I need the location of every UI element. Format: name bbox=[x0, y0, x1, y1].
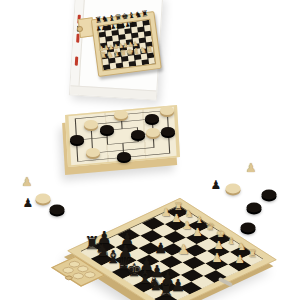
box-photo-board-frame: ♜♞♝♛♚♝♞♜ ♟♟♟♟♟♟♟♟ ♟♟♟♟♟♟♟♟ ♜♞♝♛♚♝♞♜ bbox=[91, 11, 162, 77]
morris-piece-black[interactable] bbox=[70, 135, 84, 144]
box-face-photo: ♜♞♝♛♚♝♞♜ ♟♟♟♟♟♟♟♟ ♟♟♟♟♟♟♟♟ ♜♞♝♛♚♝♞♜ bbox=[79, 0, 162, 92]
chess-piece-white[interactable]: ♝ bbox=[195, 216, 204, 226]
morris-piece-black[interactable] bbox=[117, 152, 131, 161]
spine-text-marks-2 bbox=[72, 54, 81, 67]
chess-piece-white[interactable]: ♟ bbox=[161, 207, 171, 218]
loose-pawn-natural[interactable]: ♟ bbox=[246, 162, 257, 174]
product-photo-scene: ♜♞♝♛♚♝♞♜ ♟♟♟♟♟♟♟♟ ♟♟♟♟♟♟♟♟ ♜♞♝♛♚♝♞♜ bbox=[0, 0, 300, 300]
chess-piece-white[interactable]: ♟ bbox=[211, 252, 222, 264]
loose-checker-black[interactable] bbox=[50, 205, 65, 215]
loose-pawn-natural[interactable]: ♟ bbox=[22, 176, 33, 188]
morris-piece-black[interactable] bbox=[145, 114, 159, 123]
product-box: ♜♞♝♛♚♝♞♜ ♟♟♟♟♟♟♟♟ ♟♟♟♟♟♟♟♟ ♜♞♝♛♚♝♞♜ bbox=[69, 0, 163, 101]
chess-piece-black[interactable]: ♟ bbox=[154, 241, 167, 255]
chess-piece-white[interactable]: ♞ bbox=[184, 209, 193, 219]
chess-piece-white[interactable]: ♟ bbox=[235, 254, 245, 265]
morris-piece-natural[interactable] bbox=[84, 120, 98, 129]
morris-piece-natural[interactable] bbox=[86, 148, 100, 157]
morris-piece-natural[interactable] bbox=[160, 106, 174, 115]
loose-checker-natural[interactable] bbox=[226, 184, 241, 194]
chess-piece-white[interactable]: ♟ bbox=[193, 227, 203, 238]
chess-piece-white[interactable]: ♟ bbox=[178, 243, 190, 256]
morris-piece-black[interactable] bbox=[131, 130, 145, 139]
chess-piece-white[interactable]: ♞ bbox=[237, 242, 246, 252]
chess-piece-white[interactable]: ♝ bbox=[227, 236, 236, 246]
chess-piece-white[interactable]: ♜ bbox=[174, 202, 183, 212]
chess-piece-black[interactable]: ♜ bbox=[158, 283, 174, 300]
loose-pawn-black[interactable]: ♟ bbox=[23, 197, 34, 209]
box-photo-chess-set: ♜♞♝♛♚♝♞♜ ♟♟♟♟♟♟♟♟ ♟♟♟♟♟♟♟♟ ♜♞♝♛♚♝♞♜ bbox=[86, 5, 160, 81]
chess-piece-white[interactable]: ♟ bbox=[182, 220, 192, 231]
loose-checker-natural[interactable] bbox=[36, 194, 51, 204]
chess-piece-white[interactable]: ♛ bbox=[205, 222, 214, 232]
loose-checker-black[interactable] bbox=[247, 203, 262, 213]
chess-piece-white[interactable]: ♟ bbox=[171, 214, 181, 225]
box-photo-drawer-knob bbox=[77, 26, 84, 33]
loose-pawn-black[interactable]: ♟ bbox=[211, 179, 222, 191]
morris-piece-natural[interactable] bbox=[146, 128, 160, 137]
chess-piece-white[interactable]: ♚ bbox=[216, 229, 225, 239]
morris-piece-black[interactable] bbox=[100, 125, 114, 134]
loose-checker-black[interactable] bbox=[262, 190, 277, 200]
loose-checker-black[interactable] bbox=[241, 223, 256, 233]
morris-piece-natural[interactable] bbox=[114, 110, 128, 119]
chess-piece-white[interactable]: ♜ bbox=[248, 249, 257, 259]
morris-piece-black[interactable] bbox=[161, 127, 175, 136]
chess-piece-white[interactable]: ♟ bbox=[214, 241, 224, 252]
